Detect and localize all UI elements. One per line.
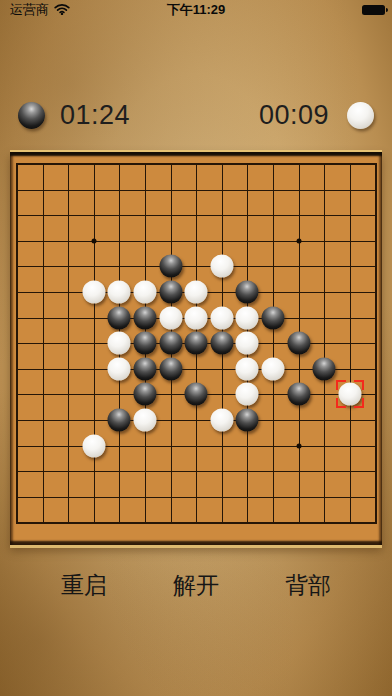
gomoku-board (10, 150, 382, 545)
marker-corner (336, 380, 346, 390)
stone-black (313, 357, 336, 380)
grid-line-horizontal (17, 497, 376, 498)
grid-line-vertical (273, 164, 274, 523)
black-stone-icon (18, 102, 45, 129)
stone-black (108, 306, 131, 329)
stone-white (134, 409, 157, 432)
stone-white (236, 332, 259, 355)
stone-black (134, 357, 157, 380)
stone-white (159, 306, 182, 329)
stone-black (134, 306, 157, 329)
stone-white (236, 357, 259, 380)
stone-white (262, 357, 285, 380)
white-timer: 00:09 (259, 100, 329, 131)
battery-icon (362, 5, 385, 16)
stone-white (185, 306, 208, 329)
stone-black (262, 306, 285, 329)
stone-white (185, 281, 208, 304)
stone-white (82, 434, 105, 457)
last-move-marker (336, 380, 364, 408)
stone-black (287, 383, 310, 406)
stone-white (134, 281, 157, 304)
app-screen: 运营商 下午11:29 01:24 00:09 (0, 0, 392, 696)
star-point (91, 238, 96, 243)
star-point (296, 238, 301, 243)
stone-white (108, 332, 131, 355)
grid-line-horizontal (17, 446, 376, 447)
restart-button[interactable]: 重启 (61, 570, 107, 601)
board-grid[interactable] (17, 164, 376, 523)
black-timer-group: 01:24 (18, 100, 130, 131)
stone-white (108, 357, 131, 380)
timer-row: 01:24 00:09 (0, 97, 392, 134)
status-bar: 运营商 下午11:29 (0, 0, 392, 20)
stone-black (185, 332, 208, 355)
white-stone-icon (347, 102, 374, 129)
stone-black (159, 281, 182, 304)
stone-black (236, 409, 259, 432)
stone-black (108, 409, 131, 432)
stone-black (134, 332, 157, 355)
white-timer-group: 00:09 (259, 100, 374, 131)
undo-button[interactable]: 解开 (173, 570, 219, 601)
back-button[interactable]: 背部 (285, 570, 331, 601)
bottom-button-row: 重启 解开 背部 (61, 570, 331, 601)
star-point (296, 443, 301, 448)
stone-black (134, 383, 157, 406)
clock-label: 下午11:29 (0, 1, 392, 19)
stone-black (210, 332, 233, 355)
black-timer: 01:24 (60, 100, 130, 131)
stone-white (210, 255, 233, 278)
stone-black (159, 332, 182, 355)
stone-black (236, 281, 259, 304)
grid-line-horizontal (17, 471, 376, 472)
grid-line-vertical (350, 164, 351, 523)
stone-white (108, 281, 131, 304)
stone-white (82, 281, 105, 304)
stone-white (210, 409, 233, 432)
stone-black (159, 255, 182, 278)
marker-corner (336, 398, 346, 408)
grid-line-horizontal (17, 420, 376, 421)
stone-white (236, 383, 259, 406)
stone-white (236, 306, 259, 329)
marker-corner (354, 380, 364, 390)
stone-black (287, 332, 310, 355)
stone-black (185, 383, 208, 406)
marker-corner (354, 398, 364, 408)
grid-line-vertical (324, 164, 325, 523)
stone-white (210, 306, 233, 329)
stone-black (159, 357, 182, 380)
